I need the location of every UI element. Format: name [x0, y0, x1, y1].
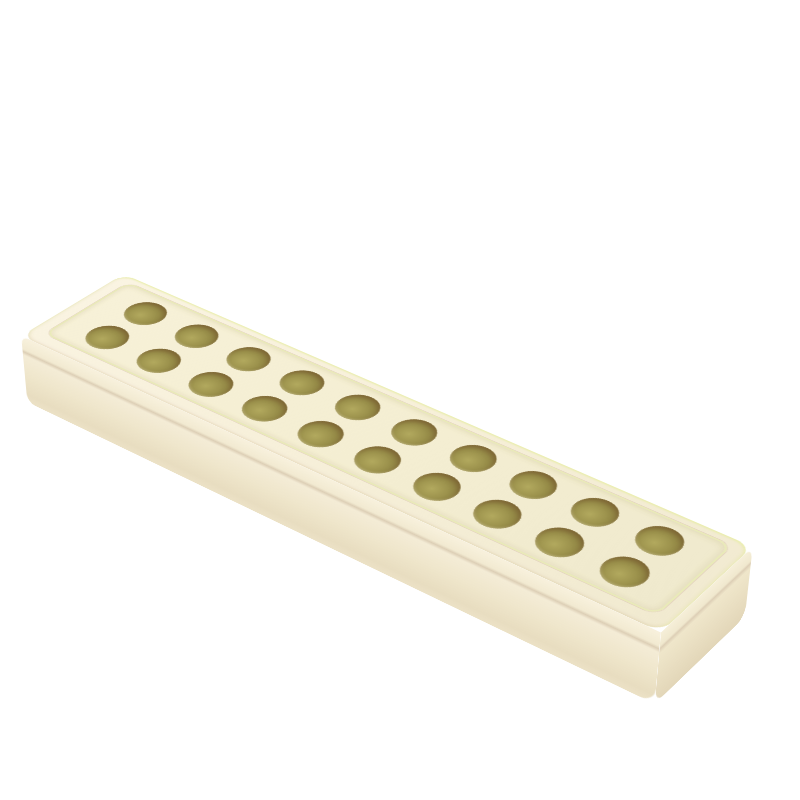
pit-r1-c2[interactable]	[166, 320, 227, 353]
pit-r2-c8[interactable]	[464, 494, 531, 534]
photo-background	[0, 0, 800, 800]
pit-r2-c6[interactable]	[345, 441, 410, 479]
pit-r1-c9[interactable]	[562, 492, 629, 532]
pit-r2-c4[interactable]	[233, 391, 297, 427]
pit-r1-c4[interactable]	[271, 366, 334, 401]
pit-r1-c6[interactable]	[382, 414, 446, 451]
pit-r2-c1[interactable]	[77, 321, 139, 354]
pit-r2-c10[interactable]	[590, 550, 659, 593]
pit-r2-c7[interactable]	[403, 467, 469, 506]
pit-r1-c3[interactable]	[217, 342, 279, 376]
pit-r2-c5[interactable]	[288, 416, 353, 453]
pit-r1-c1[interactable]	[115, 298, 176, 330]
pit-r1-c8[interactable]	[500, 466, 566, 505]
pit-r2-c9[interactable]	[526, 522, 594, 564]
pit-r2-c3[interactable]	[179, 367, 242, 402]
pit-r1-c7[interactable]	[440, 439, 505, 477]
pit-r1-c5[interactable]	[326, 390, 390, 426]
mancala-board	[21, 274, 753, 633]
pit-r2-c2[interactable]	[127, 344, 189, 378]
board-top-face	[21, 274, 753, 633]
pit-r1-c10[interactable]	[626, 520, 694, 562]
